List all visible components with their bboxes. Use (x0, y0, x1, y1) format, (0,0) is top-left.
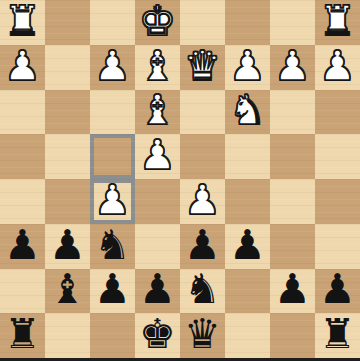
square-d6[interactable]: ♟ (180, 224, 225, 269)
piece-white-queen[interactable]: ♛ (184, 46, 221, 87)
piece-black-pawn[interactable]: ♟ (94, 269, 131, 310)
piece-black-queen[interactable]: ♛ (184, 314, 221, 355)
piece-black-pawn[interactable]: ♟ (184, 225, 221, 266)
square-h4[interactable] (0, 134, 45, 179)
square-e5[interactable] (135, 179, 180, 224)
square-h7[interactable] (0, 269, 45, 314)
square-h6[interactable]: ♟ (0, 224, 45, 269)
square-f7[interactable]: ♟ (90, 269, 135, 314)
square-b5[interactable] (270, 179, 315, 224)
piece-black-pawn[interactable]: ♟ (139, 269, 176, 310)
square-a6[interactable] (315, 224, 360, 269)
square-d7[interactable]: ♞ (180, 269, 225, 314)
square-g7[interactable]: ♝ (45, 269, 90, 314)
square-g3[interactable] (45, 90, 90, 135)
piece-white-knight[interactable]: ♞ (229, 90, 266, 131)
square-a1[interactable]: ♜ (315, 0, 360, 45)
piece-black-rook[interactable]: ♜ (319, 314, 356, 355)
square-d3[interactable] (180, 90, 225, 135)
piece-black-bishop[interactable]: ♝ (49, 269, 86, 310)
piece-white-bishop[interactable]: ♝ (139, 90, 176, 131)
square-g4[interactable] (45, 134, 90, 179)
square-c3[interactable]: ♞ (225, 90, 270, 135)
square-g2[interactable] (45, 45, 90, 90)
square-f1[interactable] (90, 0, 135, 45)
square-a3[interactable] (315, 90, 360, 135)
chess-board: ♜♚♜♟♟♝♛♟♟♟♝♞♟♟♟♟♟♞♟♟♝♟♟♞♟♟♜♚♛♜ (0, 0, 360, 361)
square-h2[interactable]: ♟ (0, 45, 45, 90)
piece-black-king[interactable]: ♚ (139, 314, 176, 355)
square-b2[interactable]: ♟ (270, 45, 315, 90)
piece-white-pawn[interactable]: ♟ (4, 46, 41, 87)
square-f6[interactable]: ♞ (90, 224, 135, 269)
square-c8[interactable] (225, 313, 270, 358)
square-a5[interactable] (315, 179, 360, 224)
piece-white-pawn[interactable]: ♟ (94, 180, 131, 221)
piece-black-knight[interactable]: ♞ (184, 269, 221, 310)
square-c4[interactable] (225, 134, 270, 179)
piece-black-pawn[interactable]: ♟ (229, 225, 266, 266)
square-b6[interactable] (270, 224, 315, 269)
square-e7[interactable]: ♟ (135, 269, 180, 314)
square-f2[interactable]: ♟ (90, 45, 135, 90)
piece-white-pawn[interactable]: ♟ (229, 46, 266, 87)
piece-white-rook[interactable]: ♜ (4, 1, 41, 42)
square-d4[interactable] (180, 134, 225, 179)
piece-white-pawn[interactable]: ♟ (139, 135, 176, 176)
square-c6[interactable]: ♟ (225, 224, 270, 269)
piece-white-bishop[interactable]: ♝ (139, 46, 176, 87)
square-e6[interactable] (135, 224, 180, 269)
square-f4[interactable] (90, 134, 135, 179)
piece-black-pawn[interactable]: ♟ (4, 225, 41, 266)
square-d8[interactable]: ♛ (180, 313, 225, 358)
piece-white-pawn[interactable]: ♟ (94, 46, 131, 87)
square-e1[interactable]: ♚ (135, 0, 180, 45)
square-b8[interactable] (270, 313, 315, 358)
piece-black-pawn[interactable]: ♟ (319, 269, 356, 310)
square-g5[interactable] (45, 179, 90, 224)
square-c7[interactable] (225, 269, 270, 314)
square-b1[interactable] (270, 0, 315, 45)
square-g6[interactable]: ♟ (45, 224, 90, 269)
square-a7[interactable]: ♟ (315, 269, 360, 314)
square-b7[interactable]: ♟ (270, 269, 315, 314)
square-h8[interactable]: ♜ (0, 313, 45, 358)
piece-white-pawn[interactable]: ♟ (319, 46, 356, 87)
square-e4[interactable]: ♟ (135, 134, 180, 179)
square-c5[interactable] (225, 179, 270, 224)
piece-black-pawn[interactable]: ♟ (274, 269, 311, 310)
square-c1[interactable] (225, 0, 270, 45)
square-g8[interactable] (45, 313, 90, 358)
square-d2[interactable]: ♛ (180, 45, 225, 90)
piece-white-rook[interactable]: ♜ (319, 1, 356, 42)
square-c2[interactable]: ♟ (225, 45, 270, 90)
square-a2[interactable]: ♟ (315, 45, 360, 90)
square-g1[interactable] (45, 0, 90, 45)
piece-black-pawn[interactable]: ♟ (49, 225, 86, 266)
square-e3[interactable]: ♝ (135, 90, 180, 135)
square-b4[interactable] (270, 134, 315, 179)
piece-white-pawn[interactable]: ♟ (274, 46, 311, 87)
square-d5[interactable]: ♟ (180, 179, 225, 224)
piece-white-king[interactable]: ♚ (139, 1, 176, 42)
square-h1[interactable]: ♜ (0, 0, 45, 45)
square-f3[interactable] (90, 90, 135, 135)
square-h3[interactable] (0, 90, 45, 135)
square-f8[interactable] (90, 313, 135, 358)
piece-black-rook[interactable]: ♜ (4, 314, 41, 355)
square-h5[interactable] (0, 179, 45, 224)
square-e8[interactable]: ♚ (135, 313, 180, 358)
piece-black-knight[interactable]: ♞ (94, 225, 131, 266)
square-e2[interactable]: ♝ (135, 45, 180, 90)
square-d1[interactable] (180, 0, 225, 45)
square-f5[interactable]: ♟ (90, 179, 135, 224)
square-a8[interactable]: ♜ (315, 313, 360, 358)
piece-white-pawn[interactable]: ♟ (184, 180, 221, 221)
square-a4[interactable] (315, 134, 360, 179)
square-b3[interactable] (270, 90, 315, 135)
